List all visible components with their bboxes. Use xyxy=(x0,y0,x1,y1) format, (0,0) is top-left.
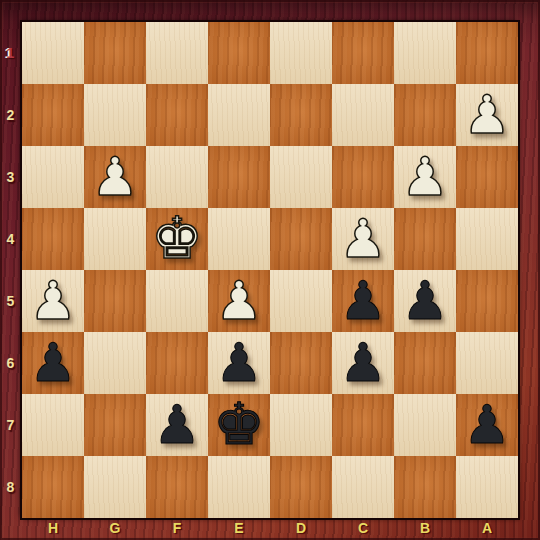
white-pawn[interactable]: ♟ xyxy=(339,212,387,265)
square-g2[interactable] xyxy=(84,84,146,146)
square-b7[interactable] xyxy=(394,394,456,456)
file-label-h: H xyxy=(22,517,84,539)
file-label-e: E xyxy=(208,517,270,539)
square-e7[interactable]: ♚ xyxy=(208,394,270,456)
square-c3[interactable] xyxy=(332,146,394,208)
square-h4[interactable] xyxy=(22,208,84,270)
square-a1[interactable] xyxy=(456,22,518,84)
square-g1[interactable] xyxy=(84,22,146,84)
rank-label-4: 4 xyxy=(0,208,21,270)
rank-label-1: 1 xyxy=(0,22,21,84)
file-label-d: D xyxy=(270,517,332,539)
black-pawn[interactable]: ♟ xyxy=(463,398,511,451)
square-b8[interactable] xyxy=(394,456,456,518)
square-b6[interactable] xyxy=(394,332,456,394)
square-b5[interactable]: ♟ xyxy=(394,270,456,332)
square-g3[interactable]: ♟ xyxy=(84,146,146,208)
square-d7[interactable] xyxy=(270,394,332,456)
black-pawn[interactable]: ♟ xyxy=(29,336,77,389)
square-b4[interactable] xyxy=(394,208,456,270)
square-e8[interactable] xyxy=(208,456,270,518)
square-d3[interactable] xyxy=(270,146,332,208)
square-e5[interactable]: ♟ xyxy=(208,270,270,332)
black-pawn[interactable]: ♟ xyxy=(339,336,387,389)
square-h1[interactable] xyxy=(22,22,84,84)
square-d8[interactable] xyxy=(270,456,332,518)
square-a8[interactable] xyxy=(456,456,518,518)
square-f5[interactable] xyxy=(146,270,208,332)
square-f6[interactable] xyxy=(146,332,208,394)
file-label-g: G xyxy=(84,517,146,539)
square-a5[interactable] xyxy=(456,270,518,332)
square-c7[interactable] xyxy=(332,394,394,456)
square-h7[interactable] xyxy=(22,394,84,456)
square-e6[interactable]: ♟ xyxy=(208,332,270,394)
square-a4[interactable] xyxy=(456,208,518,270)
square-c8[interactable] xyxy=(332,456,394,518)
white-pawn[interactable]: ♟ xyxy=(215,274,263,327)
square-c5[interactable]: ♟ xyxy=(332,270,394,332)
rank-label-8: 8 xyxy=(0,456,21,518)
square-a3[interactable] xyxy=(456,146,518,208)
square-a6[interactable] xyxy=(456,332,518,394)
square-e1[interactable] xyxy=(208,22,270,84)
black-pawn[interactable]: ♟ xyxy=(215,336,263,389)
square-f7[interactable]: ♟ xyxy=(146,394,208,456)
square-h6[interactable]: ♟ xyxy=(22,332,84,394)
square-a7[interactable]: ♟ xyxy=(456,394,518,456)
square-c4[interactable]: ♟ xyxy=(332,208,394,270)
square-e2[interactable] xyxy=(208,84,270,146)
white-pawn[interactable]: ♟ xyxy=(463,88,511,141)
file-label-c: C xyxy=(332,517,394,539)
rank-label-6: 6 xyxy=(0,332,21,394)
rank-label-2: 2 xyxy=(0,84,21,146)
white-king[interactable]: ♚ xyxy=(151,209,203,267)
board-frame: ♟♟♟♚♟♟♟♟♟♟♟♟♟♚♟ 12345678HGFEDCBA xyxy=(0,0,540,540)
square-c6[interactable]: ♟ xyxy=(332,332,394,394)
square-f2[interactable] xyxy=(146,84,208,146)
white-pawn[interactable]: ♟ xyxy=(29,274,77,327)
square-b3[interactable]: ♟ xyxy=(394,146,456,208)
square-h5[interactable]: ♟ xyxy=(22,270,84,332)
square-d5[interactable] xyxy=(270,270,332,332)
square-c1[interactable] xyxy=(332,22,394,84)
square-d2[interactable] xyxy=(270,84,332,146)
square-d1[interactable] xyxy=(270,22,332,84)
rank-label-5: 5 xyxy=(0,270,21,332)
square-g4[interactable] xyxy=(84,208,146,270)
black-pawn[interactable]: ♟ xyxy=(153,398,201,451)
square-f1[interactable] xyxy=(146,22,208,84)
square-h8[interactable] xyxy=(22,456,84,518)
square-g7[interactable] xyxy=(84,394,146,456)
white-pawn[interactable]: ♟ xyxy=(91,150,139,203)
square-f8[interactable] xyxy=(146,456,208,518)
file-label-b: B xyxy=(394,517,456,539)
file-label-f: F xyxy=(146,517,208,539)
square-g6[interactable] xyxy=(84,332,146,394)
rank-label-7: 7 xyxy=(0,394,21,456)
square-e3[interactable] xyxy=(208,146,270,208)
square-f4[interactable]: ♚ xyxy=(146,208,208,270)
square-g8[interactable] xyxy=(84,456,146,518)
square-d6[interactable] xyxy=(270,332,332,394)
file-label-a: A xyxy=(456,517,518,539)
white-pawn[interactable]: ♟ xyxy=(401,150,449,203)
black-king[interactable]: ♚ xyxy=(213,395,265,453)
square-f3[interactable] xyxy=(146,146,208,208)
black-pawn[interactable]: ♟ xyxy=(401,274,449,327)
square-a2[interactable]: ♟ xyxy=(456,84,518,146)
square-h3[interactable] xyxy=(22,146,84,208)
black-pawn[interactable]: ♟ xyxy=(339,274,387,327)
chess-board: ♟♟♟♚♟♟♟♟♟♟♟♟♟♚♟ xyxy=(22,22,518,518)
square-b1[interactable] xyxy=(394,22,456,84)
square-c2[interactable] xyxy=(332,84,394,146)
square-h2[interactable] xyxy=(22,84,84,146)
square-b2[interactable] xyxy=(394,84,456,146)
rank-label-3: 3 xyxy=(0,146,21,208)
square-d4[interactable] xyxy=(270,208,332,270)
square-g5[interactable] xyxy=(84,270,146,332)
square-e4[interactable] xyxy=(208,208,270,270)
